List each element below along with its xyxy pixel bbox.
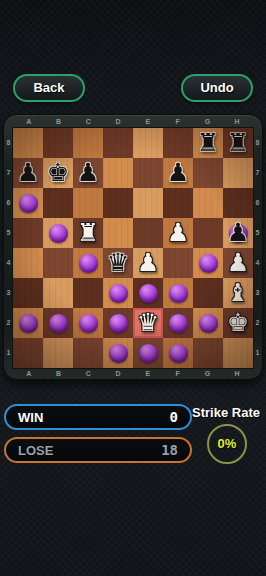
- black-king[interactable]: ♚: [43, 158, 73, 188]
- square-d2[interactable]: [103, 308, 133, 338]
- move-hint-dot[interactable]: [109, 284, 128, 303]
- square-f8[interactable]: [163, 128, 193, 158]
- square-d8[interactable]: [103, 128, 133, 158]
- square-e4[interactable]: ♟: [133, 248, 163, 278]
- coordinate-label: 2: [253, 308, 262, 338]
- square-d7[interactable]: [103, 158, 133, 188]
- square-h5[interactable]: ♟: [223, 218, 253, 248]
- square-g3[interactable]: [193, 278, 223, 308]
- square-b3[interactable]: [43, 278, 73, 308]
- white-rook[interactable]: ♜: [73, 218, 103, 248]
- square-d6[interactable]: [103, 188, 133, 218]
- coordinate-label: 6: [253, 188, 262, 218]
- square-b8[interactable]: [43, 128, 73, 158]
- square-h4[interactable]: ♟: [223, 248, 253, 278]
- square-c7[interactable]: ♟: [73, 158, 103, 188]
- square-a3[interactable]: [13, 278, 43, 308]
- black-rook[interactable]: ♜: [223, 128, 253, 158]
- move-hint-dot[interactable]: [19, 194, 38, 213]
- square-a1[interactable]: [13, 338, 43, 368]
- move-hint-dot[interactable]: [19, 314, 38, 333]
- square-g4[interactable]: [193, 248, 223, 278]
- move-hint-dot[interactable]: [199, 254, 218, 273]
- lose-label: LOSE: [18, 443, 53, 458]
- move-hint-dot[interactable]: [169, 314, 188, 333]
- white-pawn[interactable]: ♟: [133, 248, 163, 278]
- square-d4[interactable]: ♛: [103, 248, 133, 278]
- white-bishop[interactable]: ♝: [223, 278, 253, 308]
- file-labels-bottom: ABCDEFGH: [14, 368, 252, 380]
- square-h3[interactable]: ♝: [223, 278, 253, 308]
- coordinate-label: 3: [253, 278, 262, 308]
- coordinate-label: A: [14, 368, 44, 380]
- square-d1[interactable]: [103, 338, 133, 368]
- square-b7[interactable]: ♚: [43, 158, 73, 188]
- black-queen[interactable]: ♛: [103, 248, 133, 278]
- move-hint-dot[interactable]: [139, 344, 158, 363]
- square-e8[interactable]: [133, 128, 163, 158]
- square-g2[interactable]: [193, 308, 223, 338]
- black-pawn[interactable]: ♟: [73, 158, 103, 188]
- coordinate-label: 5: [253, 218, 262, 248]
- square-g5[interactable]: [193, 218, 223, 248]
- square-h2[interactable]: ♚: [223, 308, 253, 338]
- square-f2[interactable]: [163, 308, 193, 338]
- square-f4[interactable]: [163, 248, 193, 278]
- square-e7[interactable]: [133, 158, 163, 188]
- square-c3[interactable]: [73, 278, 103, 308]
- square-c4[interactable]: [73, 248, 103, 278]
- square-e1[interactable]: [133, 338, 163, 368]
- win-counter: WIN 0: [4, 404, 192, 430]
- coordinate-label: G: [193, 368, 223, 380]
- coordinate-label: C: [74, 368, 104, 380]
- square-g6[interactable]: [193, 188, 223, 218]
- square-f1[interactable]: [163, 338, 193, 368]
- square-h1[interactable]: [223, 338, 253, 368]
- back-button[interactable]: Back: [13, 74, 85, 102]
- white-pawn[interactable]: ♟: [223, 248, 253, 278]
- strike-rate-label: Strike Rate: [186, 405, 266, 420]
- square-b4[interactable]: [43, 248, 73, 278]
- black-pawn[interactable]: ♟: [163, 158, 193, 188]
- black-rook[interactable]: ♜: [193, 128, 223, 158]
- move-hint-dot[interactable]: [79, 254, 98, 273]
- move-hint-dot[interactable]: [109, 344, 128, 363]
- rank-labels-right: 87654321: [253, 128, 262, 368]
- square-f3[interactable]: [163, 278, 193, 308]
- square-c2[interactable]: [73, 308, 103, 338]
- move-hint-dot[interactable]: [49, 314, 68, 333]
- square-g7[interactable]: [193, 158, 223, 188]
- white-king[interactable]: ♚: [223, 308, 253, 338]
- coordinate-label: H: [222, 368, 252, 380]
- move-hint-dot[interactable]: [139, 284, 158, 303]
- win-value: 0: [170, 409, 178, 425]
- square-a8[interactable]: [13, 128, 43, 158]
- coordinate-label: 4: [253, 248, 262, 278]
- coordinate-label: D: [103, 368, 133, 380]
- coordinate-label: E: [133, 368, 163, 380]
- coordinate-label: B: [44, 368, 74, 380]
- square-c6[interactable]: [73, 188, 103, 218]
- app-screen: Back Undo ABCDEFGH 87654321 ♜♜♟♚♟♟♜♟♟♛♟♟…: [0, 0, 266, 576]
- square-b1[interactable]: [43, 338, 73, 368]
- lose-value: 18: [161, 442, 178, 458]
- square-e3[interactable]: [133, 278, 163, 308]
- square-c5[interactable]: ♜: [73, 218, 103, 248]
- square-a5[interactable]: [13, 218, 43, 248]
- move-hint-dot[interactable]: [49, 224, 68, 243]
- move-hint-dot[interactable]: [169, 284, 188, 303]
- square-d3[interactable]: [103, 278, 133, 308]
- square-b6[interactable]: [43, 188, 73, 218]
- win-label: WIN: [18, 410, 43, 425]
- white-queen[interactable]: ♛: [133, 308, 163, 338]
- move-hint-dot[interactable]: [199, 314, 218, 333]
- square-g8[interactable]: ♜: [193, 128, 223, 158]
- square-e2[interactable]: ♛: [133, 308, 163, 338]
- square-e6[interactable]: [133, 188, 163, 218]
- move-hint-dot[interactable]: [79, 314, 98, 333]
- square-b5[interactable]: [43, 218, 73, 248]
- square-a2[interactable]: [13, 308, 43, 338]
- coordinate-label: 7: [253, 158, 262, 188]
- square-b2[interactable]: [43, 308, 73, 338]
- square-a4[interactable]: [13, 248, 43, 278]
- square-a7[interactable]: ♟: [13, 158, 43, 188]
- square-d5[interactable]: [103, 218, 133, 248]
- coordinate-label: 8: [253, 128, 262, 158]
- undo-button[interactable]: Undo: [181, 74, 253, 102]
- black-pawn[interactable]: ♟: [13, 158, 43, 188]
- square-h7[interactable]: [223, 158, 253, 188]
- square-f7[interactable]: ♟: [163, 158, 193, 188]
- square-f5[interactable]: ♟: [163, 218, 193, 248]
- chess-board-frame: ABCDEFGH 87654321 ♜♜♟♚♟♟♜♟♟♛♟♟♝♛♚ 876543…: [3, 114, 263, 380]
- square-c8[interactable]: [73, 128, 103, 158]
- square-h6[interactable]: [223, 188, 253, 218]
- square-e5[interactable]: [133, 218, 163, 248]
- move-hint-dot[interactable]: [109, 314, 128, 333]
- coordinate-label: 1: [253, 338, 262, 368]
- square-h8[interactable]: ♜: [223, 128, 253, 158]
- coordinate-label: F: [163, 368, 193, 380]
- move-hint-dot[interactable]: [169, 344, 188, 363]
- lose-counter: LOSE 18: [4, 437, 192, 463]
- black-pawn[interactable]: ♟: [223, 218, 253, 248]
- square-f6[interactable]: [163, 188, 193, 218]
- white-pawn[interactable]: ♟: [163, 218, 193, 248]
- square-a6[interactable]: [13, 188, 43, 218]
- square-c1[interactable]: [73, 338, 103, 368]
- square-g1[interactable]: [193, 338, 223, 368]
- chess-board[interactable]: ♜♜♟♚♟♟♜♟♟♛♟♟♝♛♚: [12, 127, 254, 369]
- strike-rate-badge: 0%: [207, 424, 247, 464]
